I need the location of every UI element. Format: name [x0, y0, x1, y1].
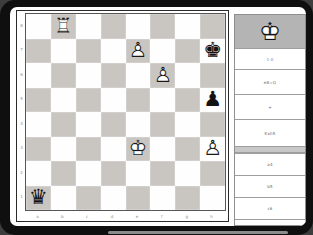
square-g2[interactable]	[175, 161, 200, 186]
square-c2[interactable]	[76, 161, 101, 186]
panel-row-6[interactable]: c6	[235, 197, 305, 219]
side-panel: ♚♔ 1-0 e8=Q + Kxh5 a4 b5 c6 d7	[234, 14, 306, 226]
square-f4[interactable]	[150, 112, 175, 137]
square-g8[interactable]	[175, 14, 200, 39]
square-e6[interactable]	[126, 63, 151, 88]
square-f5[interactable]	[150, 88, 175, 113]
white-pawn[interactable]: ♟♙	[200, 137, 225, 162]
rank-label-4: 4	[18, 111, 25, 136]
square-d1[interactable]	[101, 186, 126, 211]
square-b4[interactable]	[51, 112, 76, 137]
rank-labels: 87654321	[18, 13, 25, 209]
square-d4[interactable]	[101, 112, 126, 137]
square-h3[interactable]: ♟♙	[200, 137, 225, 162]
square-h8[interactable]	[200, 14, 225, 39]
rank-label-2: 2	[18, 160, 25, 185]
rank-label-6: 6	[18, 62, 25, 87]
square-h5[interactable]: ♟	[200, 88, 225, 113]
black-queen[interactable]: ♛	[26, 186, 51, 211]
file-label-f: f	[149, 211, 174, 222]
panel-row-result[interactable]: 1-0	[235, 48, 305, 69]
square-h2[interactable]	[200, 161, 225, 186]
file-label-a: a	[25, 211, 50, 222]
square-d2[interactable]	[101, 161, 126, 186]
square-b2[interactable]	[51, 161, 76, 186]
square-a7[interactable]	[26, 39, 51, 64]
square-g3[interactable]	[175, 137, 200, 162]
side-to-move-header: ♚♔	[235, 15, 305, 48]
panel-row-move-2[interactable]: +	[235, 94, 305, 119]
square-e2[interactable]	[126, 161, 151, 186]
file-label-c: c	[75, 211, 100, 222]
rank-label-1: 1	[18, 185, 25, 210]
rank-label-8: 8	[18, 13, 25, 38]
rank-label-3: 3	[18, 136, 25, 161]
square-e7[interactable]: ♟♙	[126, 39, 151, 64]
panel-row-move-1[interactable]: e8=Q	[235, 69, 305, 94]
chess-board-card: 87654321 ♜♖♟♙♚♟♙♟♚♔♟♙♛ abcdefgh	[16, 10, 229, 222]
panel-divider	[235, 146, 305, 153]
white-pawn[interactable]: ♟♙	[150, 63, 175, 88]
square-h6[interactable]	[200, 63, 225, 88]
file-label-g: g	[174, 211, 199, 222]
square-g7[interactable]	[175, 39, 200, 64]
square-f7[interactable]	[150, 39, 175, 64]
square-b1[interactable]	[51, 186, 76, 211]
square-a2[interactable]	[26, 161, 51, 186]
square-h7[interactable]: ♚	[200, 39, 225, 64]
square-a3[interactable]	[26, 137, 51, 162]
file-label-h: h	[199, 211, 224, 222]
square-c3[interactable]	[76, 137, 101, 162]
file-label-b: b	[50, 211, 75, 222]
white-king[interactable]: ♚♔	[126, 137, 151, 162]
square-f3[interactable]	[150, 137, 175, 162]
square-g1[interactable]	[175, 186, 200, 211]
square-g6[interactable]	[175, 63, 200, 88]
square-c7[interactable]	[76, 39, 101, 64]
square-a8[interactable]	[26, 14, 51, 39]
app-screen: 87654321 ♜♖♟♙♚♟♙♟♚♔♟♙♛ abcdefgh ♚♔ 1-0 e…	[10, 7, 306, 226]
square-f2[interactable]	[150, 161, 175, 186]
panel-row-5[interactable]: b5	[235, 175, 305, 197]
square-a4[interactable]	[26, 112, 51, 137]
square-b6[interactable]	[51, 63, 76, 88]
square-b5[interactable]	[51, 88, 76, 113]
chess-board[interactable]: ♜♖♟♙♚♟♙♟♚♔♟♙♛	[25, 13, 226, 211]
square-b3[interactable]	[51, 137, 76, 162]
rank-label-7: 7	[18, 38, 25, 63]
black-pawn[interactable]: ♟	[200, 88, 225, 113]
square-d3[interactable]	[101, 137, 126, 162]
square-a6[interactable]	[26, 63, 51, 88]
square-f1[interactable]	[150, 186, 175, 211]
square-f8[interactable]	[150, 14, 175, 39]
square-c6[interactable]	[76, 63, 101, 88]
square-c4[interactable]	[76, 112, 101, 137]
square-g5[interactable]	[175, 88, 200, 113]
square-c1[interactable]	[76, 186, 101, 211]
square-f6[interactable]: ♟♙	[150, 63, 175, 88]
white-rook[interactable]: ♜♖	[51, 14, 76, 39]
square-h4[interactable]	[200, 112, 225, 137]
white-pawn[interactable]: ♟♙	[126, 39, 151, 64]
tablet-bezel: 87654321 ♜♖♟♙♚♟♙♟♚♔♟♙♛ abcdefgh ♚♔ 1-0 e…	[0, 0, 313, 235]
square-d7[interactable]	[101, 39, 126, 64]
square-e4[interactable]	[126, 112, 151, 137]
square-e3[interactable]: ♚♔	[126, 137, 151, 162]
panel-row-4[interactable]: a4	[235, 153, 305, 175]
square-e1[interactable]	[126, 186, 151, 211]
square-c5[interactable]	[76, 88, 101, 113]
square-a1[interactable]: ♛	[26, 186, 51, 211]
square-e8[interactable]	[126, 14, 151, 39]
panel-row-move-3[interactable]: Kxh5	[235, 119, 305, 146]
square-d6[interactable]	[101, 63, 126, 88]
square-h1[interactable]	[200, 186, 225, 211]
black-king[interactable]: ♚	[200, 39, 225, 64]
bezel-edge-highlight	[108, 231, 288, 234]
panel-row-7[interactable]: d7	[235, 219, 305, 226]
file-labels: abcdefgh	[25, 211, 224, 222]
square-b7[interactable]	[51, 39, 76, 64]
square-b8[interactable]: ♜♖	[51, 14, 76, 39]
file-label-d: d	[100, 211, 125, 222]
square-a5[interactable]	[26, 88, 51, 113]
white-king-icon: ♚♔	[259, 19, 281, 44]
square-d5[interactable]	[101, 88, 126, 113]
square-g4[interactable]	[175, 112, 200, 137]
file-label-e: e	[125, 211, 150, 222]
square-c8[interactable]	[76, 14, 101, 39]
square-d8[interactable]	[101, 14, 126, 39]
rank-label-5: 5	[18, 87, 25, 112]
square-e5[interactable]	[126, 88, 151, 113]
